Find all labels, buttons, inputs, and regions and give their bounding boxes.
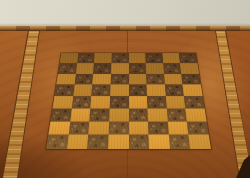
- square-e4[interactable]: [129, 96, 148, 108]
- square-b3[interactable]: [70, 108, 91, 121]
- square-d6[interactable]: [110, 74, 128, 85]
- square-f7[interactable]: [146, 63, 164, 74]
- square-a3[interactable]: [50, 108, 71, 121]
- square-g2[interactable]: [168, 121, 189, 135]
- square-d4[interactable]: [109, 96, 128, 108]
- square-b7[interactable]: [76, 63, 94, 74]
- square-c2[interactable]: [88, 121, 109, 135]
- square-d8[interactable]: [111, 53, 128, 63]
- square-g8[interactable]: [162, 53, 180, 63]
- square-g7[interactable]: [163, 63, 181, 74]
- square-d2[interactable]: [108, 121, 128, 135]
- square-e6[interactable]: [129, 74, 147, 85]
- square-d1[interactable]: [108, 135, 129, 149]
- square-g1[interactable]: [169, 135, 191, 149]
- square-b8[interactable]: [77, 53, 95, 63]
- square-f4[interactable]: [147, 96, 166, 108]
- square-h1[interactable]: [189, 135, 211, 149]
- square-c3[interactable]: [89, 108, 109, 121]
- wall-background: [0, 0, 250, 26]
- photo-scene: [0, 0, 250, 178]
- square-h8[interactable]: [179, 53, 197, 63]
- square-e1[interactable]: [129, 135, 150, 149]
- square-c5[interactable]: [91, 85, 110, 97]
- square-c1[interactable]: [87, 135, 108, 149]
- square-e5[interactable]: [129, 85, 148, 97]
- chessboard: [46, 53, 211, 149]
- square-h3[interactable]: [186, 108, 207, 121]
- square-f3[interactable]: [148, 108, 168, 121]
- square-g3[interactable]: [167, 108, 188, 121]
- square-d3[interactable]: [109, 108, 129, 121]
- square-h7[interactable]: [180, 63, 199, 74]
- square-e8[interactable]: [129, 53, 146, 63]
- square-h2[interactable]: [187, 121, 209, 135]
- square-g6[interactable]: [164, 74, 183, 85]
- square-f1[interactable]: [149, 135, 170, 149]
- square-a6[interactable]: [56, 74, 75, 85]
- square-b1[interactable]: [67, 135, 89, 149]
- square-c8[interactable]: [94, 53, 112, 63]
- square-h4[interactable]: [184, 96, 204, 108]
- square-d5[interactable]: [110, 85, 129, 97]
- square-f2[interactable]: [148, 121, 169, 135]
- square-f8[interactable]: [145, 53, 163, 63]
- square-h6[interactable]: [181, 74, 200, 85]
- square-a1[interactable]: [46, 135, 68, 149]
- square-a7[interactable]: [58, 63, 77, 74]
- square-c7[interactable]: [93, 63, 111, 74]
- square-a8[interactable]: [60, 53, 78, 63]
- square-h5[interactable]: [183, 85, 203, 97]
- square-g4[interactable]: [166, 96, 186, 108]
- chessboard-grid: [46, 53, 211, 149]
- square-b5[interactable]: [73, 85, 92, 97]
- square-b6[interactable]: [74, 74, 93, 85]
- square-a5[interactable]: [54, 85, 74, 97]
- square-f6[interactable]: [146, 74, 165, 85]
- square-g5[interactable]: [165, 85, 184, 97]
- square-e7[interactable]: [129, 63, 147, 74]
- square-e3[interactable]: [129, 108, 149, 121]
- square-b4[interactable]: [71, 96, 91, 108]
- square-c4[interactable]: [90, 96, 109, 108]
- square-b2[interactable]: [68, 121, 89, 135]
- square-d7[interactable]: [111, 63, 129, 74]
- square-f5[interactable]: [147, 85, 166, 97]
- square-a4[interactable]: [52, 96, 72, 108]
- square-c6[interactable]: [92, 74, 111, 85]
- square-a2[interactable]: [48, 121, 70, 135]
- square-e2[interactable]: [129, 121, 149, 135]
